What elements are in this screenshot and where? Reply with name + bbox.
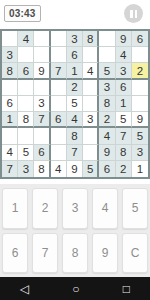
cell-r4c1[interactable] xyxy=(2,80,18,96)
cell-r7c5[interactable]: 8 xyxy=(67,128,83,144)
cell-r5c9[interactable] xyxy=(132,96,148,112)
cell-r4c4[interactable] xyxy=(51,80,67,96)
cell-r9c9[interactable]: 1 xyxy=(132,161,148,177)
cell-r6c8[interactable]: 5 xyxy=(116,112,132,128)
cell-r5c3[interactable]: 3 xyxy=(34,96,50,112)
pause-icon xyxy=(130,10,133,18)
cell-r7c4[interactable] xyxy=(51,128,67,144)
cell-r4c8[interactable]: 6 xyxy=(116,80,132,96)
cell-r2c4[interactable] xyxy=(51,47,67,63)
cell-r9c2[interactable]: 3 xyxy=(18,161,34,177)
pause-icon xyxy=(135,10,138,18)
digit-key-8[interactable]: 8 xyxy=(62,233,88,274)
cell-r3c8[interactable]: 3 xyxy=(116,63,132,79)
cell-r2c1[interactable]: 3 xyxy=(2,47,18,63)
cell-r3c7[interactable]: 5 xyxy=(99,63,115,79)
cell-r1c1[interactable] xyxy=(2,31,18,47)
timer: 03:43 xyxy=(4,5,41,22)
cell-r2c3[interactable] xyxy=(34,47,50,63)
sudoku-board: 4389636486971453223663581187643259847545… xyxy=(0,29,150,179)
cell-r8c1[interactable]: 4 xyxy=(2,145,18,161)
cell-r7c2[interactable] xyxy=(18,128,34,144)
cell-r4c6[interactable] xyxy=(83,80,99,96)
back-icon[interactable]: ◁ xyxy=(20,283,29,295)
cell-r1c9[interactable]: 6 xyxy=(132,31,148,47)
cell-r9c3[interactable]: 8 xyxy=(34,161,50,177)
cell-r4c2[interactable] xyxy=(18,80,34,96)
cell-r3c1[interactable]: 8 xyxy=(2,63,18,79)
cell-r4c5[interactable]: 2 xyxy=(67,80,83,96)
cell-r6c4[interactable]: 6 xyxy=(51,112,67,128)
cell-r3c2[interactable]: 6 xyxy=(18,63,34,79)
cell-r1c3[interactable] xyxy=(34,31,50,47)
clear-key[interactable]: C xyxy=(122,233,148,274)
cell-r5c8[interactable]: 1 xyxy=(116,96,132,112)
digit-key-2[interactable]: 2 xyxy=(32,188,58,229)
cell-r3c4[interactable]: 7 xyxy=(51,63,67,79)
cell-r6c7[interactable]: 2 xyxy=(99,112,115,128)
home-icon[interactable]: ○ xyxy=(72,283,79,295)
cell-r9c1[interactable]: 7 xyxy=(2,161,18,177)
cell-r4c3[interactable] xyxy=(34,80,50,96)
digit-key-4[interactable]: 4 xyxy=(92,188,118,229)
cell-r1c2[interactable]: 4 xyxy=(18,31,34,47)
cell-r3c5[interactable]: 1 xyxy=(67,63,83,79)
cell-r8c7[interactable]: 9 xyxy=(99,145,115,161)
top-bar: 03:43 xyxy=(0,0,150,29)
cell-r9c4[interactable]: 4 xyxy=(51,161,67,177)
cell-r5c7[interactable]: 8 xyxy=(99,96,115,112)
cell-r9c6[interactable]: 5 xyxy=(83,161,99,177)
recents-icon[interactable]: □ xyxy=(123,283,130,295)
cell-r1c5[interactable]: 3 xyxy=(67,31,83,47)
cell-r1c7[interactable] xyxy=(99,31,115,47)
cell-r6c3[interactable]: 7 xyxy=(34,112,50,128)
cell-r7c1[interactable] xyxy=(2,128,18,144)
digit-key-3[interactable]: 3 xyxy=(62,188,88,229)
cell-r5c5[interactable]: 5 xyxy=(67,96,83,112)
cell-r1c8[interactable]: 9 xyxy=(116,31,132,47)
cell-r2c8[interactable]: 4 xyxy=(116,47,132,63)
digit-key-1[interactable]: 1 xyxy=(2,188,28,229)
cell-r2c7[interactable] xyxy=(99,47,115,63)
cell-r9c8[interactable]: 2 xyxy=(116,161,132,177)
cell-r7c7[interactable]: 4 xyxy=(99,128,115,144)
cell-r5c4[interactable] xyxy=(51,96,67,112)
cell-r7c6[interactable] xyxy=(83,128,99,144)
digit-key-7[interactable]: 7 xyxy=(32,233,58,274)
cell-r1c4[interactable] xyxy=(51,31,67,47)
pause-button[interactable] xyxy=(124,4,143,23)
cell-r3c6[interactable]: 4 xyxy=(83,63,99,79)
cell-r8c4[interactable] xyxy=(51,145,67,161)
digit-key-5[interactable]: 5 xyxy=(122,188,148,229)
cell-r5c2[interactable] xyxy=(18,96,34,112)
cell-r8c6[interactable] xyxy=(83,145,99,161)
cell-r3c9[interactable]: 2 xyxy=(132,63,148,79)
cell-r9c5[interactable]: 9 xyxy=(67,161,83,177)
number-pad: 123456789C xyxy=(0,184,150,277)
cell-r4c9[interactable] xyxy=(132,80,148,96)
cell-r2c5[interactable]: 6 xyxy=(67,47,83,63)
cell-r6c6[interactable]: 3 xyxy=(83,112,99,128)
cell-r8c3[interactable]: 6 xyxy=(34,145,50,161)
cell-r5c6[interactable] xyxy=(83,96,99,112)
android-nav-bar: ◁ ○ □ xyxy=(0,277,150,300)
cell-r7c8[interactable]: 7 xyxy=(116,128,132,144)
cell-r4c7[interactable]: 3 xyxy=(99,80,115,96)
cell-r8c5[interactable]: 7 xyxy=(67,145,83,161)
cell-r8c8[interactable]: 8 xyxy=(116,145,132,161)
cell-r2c9[interactable] xyxy=(132,47,148,63)
cell-r6c5[interactable]: 4 xyxy=(67,112,83,128)
cell-r8c2[interactable]: 5 xyxy=(18,145,34,161)
cell-r5c1[interactable]: 6 xyxy=(2,96,18,112)
cell-r2c6[interactable] xyxy=(83,47,99,63)
cell-r8c9[interactable]: 3 xyxy=(132,145,148,161)
cell-r6c1[interactable]: 1 xyxy=(2,112,18,128)
cell-r3c3[interactable]: 9 xyxy=(34,63,50,79)
cell-r7c3[interactable] xyxy=(34,128,50,144)
cell-r2c2[interactable] xyxy=(18,47,34,63)
digit-key-6[interactable]: 6 xyxy=(2,233,28,274)
cell-r9c7[interactable]: 6 xyxy=(99,161,115,177)
cell-r7c9[interactable]: 5 xyxy=(132,128,148,144)
cell-r6c9[interactable]: 9 xyxy=(132,112,148,128)
cell-r6c2[interactable]: 8 xyxy=(18,112,34,128)
digit-key-9[interactable]: 9 xyxy=(92,233,118,274)
cell-r1c6[interactable]: 8 xyxy=(83,31,99,47)
